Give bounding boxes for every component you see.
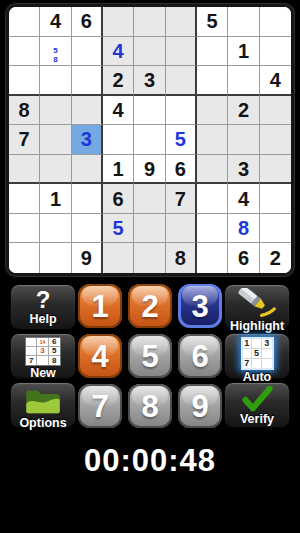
cell-r9c6[interactable]: 8	[166, 243, 197, 273]
cell-r6c2[interactable]	[40, 155, 71, 185]
cell-r2c4[interactable]: 4	[103, 37, 134, 67]
cell-r2c7[interactable]	[197, 37, 228, 67]
cell-r4c1[interactable]: 8	[9, 96, 40, 126]
cell-r8c9[interactable]	[260, 214, 291, 244]
numpad-digit: 5	[141, 341, 158, 372]
new-label: New	[30, 366, 56, 380]
cell-r3c9[interactable]: 4	[260, 66, 291, 96]
cell-r1c7[interactable]: 5	[197, 7, 228, 37]
numpad-key-9[interactable]: 9	[178, 384, 222, 428]
cell-r1c5[interactable]	[134, 7, 165, 37]
cell-r2c3[interactable]	[72, 37, 103, 67]
cell-r7c9[interactable]	[260, 184, 291, 214]
numpad-digit: 6	[191, 341, 208, 372]
cell-r6c5[interactable]: 9	[134, 155, 165, 185]
cell-r3c4[interactable]: 2	[103, 66, 134, 96]
cell-r7c6[interactable]: 7	[166, 184, 197, 214]
cell-r2c1[interactable]	[9, 37, 40, 67]
numpad-digit: 9	[191, 391, 208, 422]
cell-r8c7[interactable]	[197, 214, 228, 244]
cell-r2c9[interactable]	[260, 37, 291, 67]
cell-r9c2[interactable]	[40, 243, 71, 273]
auto-button[interactable]: 1357 Auto	[224, 333, 290, 379]
cell-r1c4[interactable]	[103, 7, 134, 37]
numpad-key-7[interactable]: 7	[78, 384, 122, 428]
cell-r4c7[interactable]	[197, 96, 228, 126]
cell-r3c7[interactable]	[197, 66, 228, 96]
cell-r3c8[interactable]	[228, 66, 259, 96]
verify-label: Verify	[240, 412, 274, 426]
auto-icon-grid: 1357	[241, 337, 274, 370]
cell-r7c5[interactable]	[134, 184, 165, 214]
verify-button[interactable]: Verify	[224, 382, 290, 428]
cell-r6c9[interactable]	[260, 155, 291, 185]
new-icon-grid: 1463578	[25, 337, 61, 366]
numpad-digit: 8	[141, 391, 158, 422]
numpad-key-4[interactable]: 4	[78, 334, 122, 378]
cell-r3c2[interactable]	[40, 66, 71, 96]
cell-r9c9[interactable]: 2	[260, 243, 291, 273]
cell-r5c2[interactable]	[40, 125, 71, 155]
numpad-digit: 1	[91, 291, 108, 322]
cell-r9c4[interactable]	[103, 243, 134, 273]
cell-r5c9[interactable]	[260, 125, 291, 155]
cell-r9c7[interactable]	[197, 243, 228, 273]
folder-icon	[23, 386, 63, 416]
numpad-digit: 2	[141, 291, 158, 322]
cell-r7c2[interactable]: 1	[40, 184, 71, 214]
cell-r2c2[interactable]: 58	[40, 37, 71, 67]
cell-r5c5[interactable]	[134, 125, 165, 155]
app-screen: 465584123484273519631674589862 ? Help 14…	[0, 0, 300, 533]
numpad-key-8[interactable]: 8	[128, 384, 172, 428]
cell-r9c1[interactable]	[9, 243, 40, 273]
cell-r6c4[interactable]: 1	[103, 155, 134, 185]
cell-r9c5[interactable]	[134, 243, 165, 273]
cell-r8c2[interactable]	[40, 214, 71, 244]
cell-r4c4[interactable]: 4	[103, 96, 134, 126]
cell-r4c2[interactable]	[40, 96, 71, 126]
cell-r6c6[interactable]: 6	[166, 155, 197, 185]
cell-r1c1[interactable]	[9, 7, 40, 37]
cell-r4c6[interactable]	[166, 96, 197, 126]
pencil-marks-grid-icon: 1357	[241, 337, 274, 370]
cell-r5c6[interactable]: 5	[166, 125, 197, 155]
cell-r2c6[interactable]	[166, 37, 197, 67]
cell-r6c3[interactable]	[72, 155, 103, 185]
cell-r8c4[interactable]: 5	[103, 214, 134, 244]
numpad-digit: 4	[91, 341, 108, 372]
question-mark-glyph: ?	[36, 288, 51, 312]
cell-r7c3[interactable]	[72, 184, 103, 214]
numpad-key-5[interactable]: 5	[128, 334, 172, 378]
sudoku-board: 465584123484273519631674589862	[6, 4, 294, 276]
cell-r4c3[interactable]	[72, 96, 103, 126]
cell-r8c5[interactable]	[134, 214, 165, 244]
numpad-key-1[interactable]: 1	[78, 284, 122, 328]
numpad-key-2[interactable]: 2	[128, 284, 172, 328]
cell-r5c1[interactable]: 7	[9, 125, 40, 155]
cell-r6c7[interactable]	[197, 155, 228, 185]
mini-sudoku-grid-icon: 1463578	[25, 337, 61, 366]
cell-r4c5[interactable]	[134, 96, 165, 126]
help-label: Help	[29, 312, 56, 326]
cell-r1c2[interactable]: 4	[40, 7, 71, 37]
highlighter-icon	[236, 288, 278, 319]
cell-r8c6[interactable]	[166, 214, 197, 244]
cell-r4c8[interactable]: 2	[228, 96, 259, 126]
pencil-marks-r2c2: 58	[40, 37, 70, 66]
cell-r7c4[interactable]: 6	[103, 184, 134, 214]
cell-r5c7[interactable]	[197, 125, 228, 155]
cell-r1c6[interactable]	[166, 7, 197, 37]
cell-r6c8[interactable]: 3	[228, 155, 259, 185]
cell-r9c8[interactable]: 6	[228, 243, 259, 273]
cell-r3c3[interactable]	[72, 66, 103, 96]
checkmark-icon	[241, 386, 274, 412]
numpad-key-6[interactable]: 6	[178, 334, 222, 378]
cell-r6c1[interactable]	[9, 155, 40, 185]
cell-r3c6[interactable]	[166, 66, 197, 96]
options-button[interactable]: Options	[10, 382, 76, 428]
options-label: Options	[19, 416, 66, 430]
cell-r7c8[interactable]: 4	[228, 184, 259, 214]
cell-r5c3[interactable]: 3	[72, 125, 103, 155]
numpad-key-3[interactable]: 3	[178, 284, 222, 328]
timer-display: 00:00:48	[0, 443, 300, 479]
cell-r8c8[interactable]: 8	[228, 214, 259, 244]
highlight-button[interactable]: Highlight	[224, 284, 290, 330]
cell-r7c7[interactable]	[197, 184, 228, 214]
numpad-digit: 3	[191, 291, 208, 322]
new-button[interactable]: 1463578 New	[10, 333, 76, 379]
numpad-digit: 7	[91, 391, 108, 422]
cell-r3c5[interactable]: 3	[134, 66, 165, 96]
cell-r5c4[interactable]	[103, 125, 134, 155]
cell-r2c5[interactable]	[134, 37, 165, 67]
cell-r3c1[interactable]	[9, 66, 40, 96]
cell-r5c8[interactable]	[228, 125, 259, 155]
cell-r8c3[interactable]	[72, 214, 103, 244]
question-mark-icon: ?	[36, 288, 51, 312]
cell-r1c8[interactable]	[228, 7, 259, 37]
cell-r2c8[interactable]: 1	[228, 37, 259, 67]
cell-r1c9[interactable]	[260, 7, 291, 37]
highlight-label: Highlight	[230, 319, 284, 333]
cell-r4c9[interactable]	[260, 96, 291, 126]
cell-r7c1[interactable]	[9, 184, 40, 214]
cell-r9c3[interactable]: 9	[72, 243, 103, 273]
help-button[interactable]: ? Help	[10, 284, 76, 330]
cell-r8c1[interactable]	[9, 214, 40, 244]
cell-r1c3[interactable]: 6	[72, 7, 103, 37]
